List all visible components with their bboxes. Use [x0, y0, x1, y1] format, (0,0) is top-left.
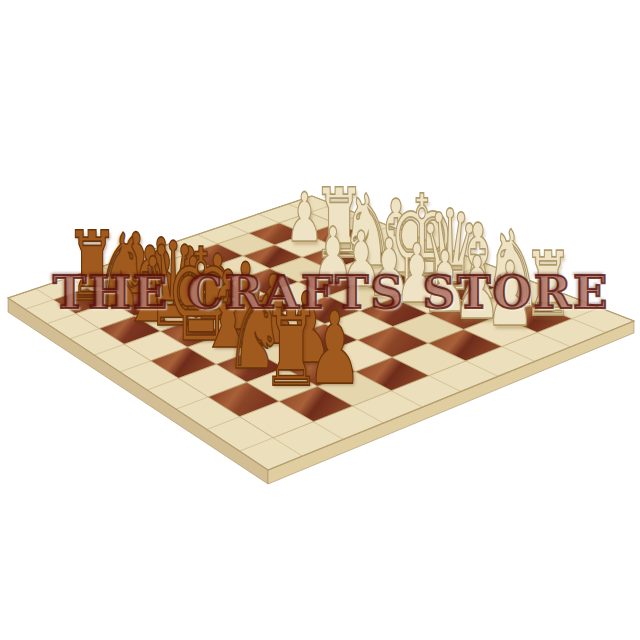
- product-photo-scene: ♟♜♞♝♟♚♟♛♟♟♝♜♟♟♞♞♟♟♜♟♟♝♟♛♟♚♟♝♟♞♟♜ THE CRA…: [0, 0, 640, 640]
- pieces-layer: ♟♜♞♝♟♚♟♛♟♟♝♜♟♟♞♞♟♟♜♟♟♝♟♛♟♚♟♝♟♞♟♜: [0, 0, 640, 640]
- watermark-text: THE CRAFTS STORE: [53, 266, 610, 319]
